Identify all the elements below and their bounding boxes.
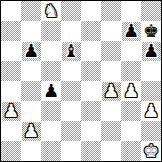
square-b7[interactable] bbox=[21, 21, 41, 41]
square-a2[interactable] bbox=[1, 121, 21, 141]
square-g3[interactable] bbox=[121, 101, 141, 121]
square-d3[interactable] bbox=[61, 101, 81, 121]
square-h5[interactable] bbox=[141, 61, 161, 81]
square-c5[interactable] bbox=[41, 61, 61, 81]
white-king-icon: ♚ bbox=[143, 141, 159, 161]
white-pawn-icon: ♟ bbox=[103, 81, 119, 101]
square-b1[interactable] bbox=[21, 141, 41, 161]
square-h6[interactable]: ♟ bbox=[141, 41, 161, 61]
square-h4[interactable] bbox=[141, 81, 161, 101]
square-d6[interactable]: ♝ bbox=[61, 41, 81, 61]
square-f4[interactable]: ♟ bbox=[101, 81, 121, 101]
square-f7[interactable] bbox=[101, 21, 121, 41]
square-b5[interactable] bbox=[21, 61, 41, 81]
square-f8[interactable] bbox=[101, 1, 121, 21]
square-a5[interactable] bbox=[1, 61, 21, 81]
square-c7[interactable] bbox=[41, 21, 61, 41]
black-bishop-icon: ♝ bbox=[63, 41, 79, 61]
white-pawn-icon: ♟ bbox=[123, 81, 139, 101]
square-f1[interactable] bbox=[101, 141, 121, 161]
square-g5[interactable] bbox=[121, 61, 141, 81]
square-a1[interactable] bbox=[1, 141, 21, 161]
square-c2[interactable] bbox=[41, 121, 61, 141]
square-g8[interactable] bbox=[121, 1, 141, 21]
square-f2[interactable] bbox=[101, 121, 121, 141]
square-c8[interactable]: ♞ bbox=[41, 1, 61, 21]
black-pawn-icon: ♟ bbox=[123, 21, 139, 41]
square-h2[interactable] bbox=[141, 121, 161, 141]
square-d1[interactable] bbox=[61, 141, 81, 161]
white-pawn-icon: ♟ bbox=[143, 101, 159, 121]
square-b6[interactable]: ♟ bbox=[21, 41, 41, 61]
white-pawn-icon: ♟ bbox=[3, 101, 19, 121]
square-g1[interactable] bbox=[121, 141, 141, 161]
black-king-icon: ♚ bbox=[143, 21, 159, 41]
black-pawn-icon: ♟ bbox=[23, 41, 39, 61]
square-h7[interactable]: ♚ bbox=[141, 21, 161, 41]
black-pawn-icon: ♟ bbox=[143, 41, 159, 61]
square-h1[interactable]: ♚ bbox=[141, 141, 161, 161]
square-d5[interactable] bbox=[61, 61, 81, 81]
black-pawn-icon: ♟ bbox=[43, 81, 59, 101]
square-c3[interactable] bbox=[41, 101, 61, 121]
square-e4[interactable] bbox=[81, 81, 101, 101]
square-e1[interactable] bbox=[81, 141, 101, 161]
square-f3[interactable] bbox=[101, 101, 121, 121]
square-g6[interactable] bbox=[121, 41, 141, 61]
square-e3[interactable] bbox=[81, 101, 101, 121]
chess-board: ♞♟♚♟♝♟♟♟♟♟♟♟♚ bbox=[1, 1, 161, 161]
square-g7[interactable]: ♟ bbox=[121, 21, 141, 41]
square-g2[interactable] bbox=[121, 121, 141, 141]
square-e7[interactable] bbox=[81, 21, 101, 41]
square-d2[interactable] bbox=[61, 121, 81, 141]
square-c1[interactable] bbox=[41, 141, 61, 161]
square-a7[interactable] bbox=[1, 21, 21, 41]
square-c4[interactable]: ♟ bbox=[41, 81, 61, 101]
square-f5[interactable] bbox=[101, 61, 121, 81]
white-knight-icon: ♞ bbox=[43, 1, 59, 21]
square-c6[interactable] bbox=[41, 41, 61, 61]
square-b4[interactable] bbox=[21, 81, 41, 101]
square-h3[interactable]: ♟ bbox=[141, 101, 161, 121]
square-h8[interactable] bbox=[141, 1, 161, 21]
square-a8[interactable] bbox=[1, 1, 21, 21]
chess-board-frame: ♞♟♚♟♝♟♟♟♟♟♟♟♚ bbox=[0, 0, 162, 162]
square-b2[interactable]: ♟ bbox=[21, 121, 41, 141]
square-d7[interactable] bbox=[61, 21, 81, 41]
square-b8[interactable] bbox=[21, 1, 41, 21]
square-a6[interactable] bbox=[1, 41, 21, 61]
square-a3[interactable]: ♟ bbox=[1, 101, 21, 121]
square-e5[interactable] bbox=[81, 61, 101, 81]
square-e8[interactable] bbox=[81, 1, 101, 21]
square-b3[interactable] bbox=[21, 101, 41, 121]
square-f6[interactable] bbox=[101, 41, 121, 61]
square-e2[interactable] bbox=[81, 121, 101, 141]
square-e6[interactable] bbox=[81, 41, 101, 61]
square-g4[interactable]: ♟ bbox=[121, 81, 141, 101]
white-pawn-icon: ♟ bbox=[23, 121, 39, 141]
square-d8[interactable] bbox=[61, 1, 81, 21]
square-a4[interactable] bbox=[1, 81, 21, 101]
square-d4[interactable] bbox=[61, 81, 81, 101]
